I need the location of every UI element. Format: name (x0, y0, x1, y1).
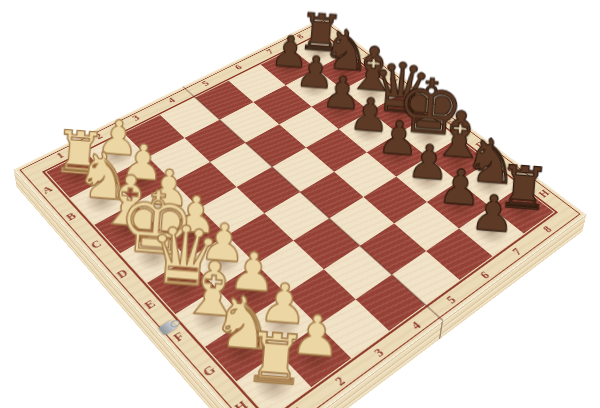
scene-perspective: ABCDEFGH ABCDEFGH 87654321 87654321 ♜♟♞♟… (0, 0, 600, 408)
product-photo-canvas: ABCDEFGH ABCDEFGH 87654321 87654321 ♜♟♞♟… (0, 0, 600, 408)
fold-seam-edge (439, 321, 443, 340)
chess-board: ABCDEFGH ABCDEFGH 87654321 87654321 ♜♟♞♟… (14, 17, 586, 408)
scene-rotation: ABCDEFGH ABCDEFGH 87654321 87654321 ♜♟♞♟… (0, 0, 600, 408)
